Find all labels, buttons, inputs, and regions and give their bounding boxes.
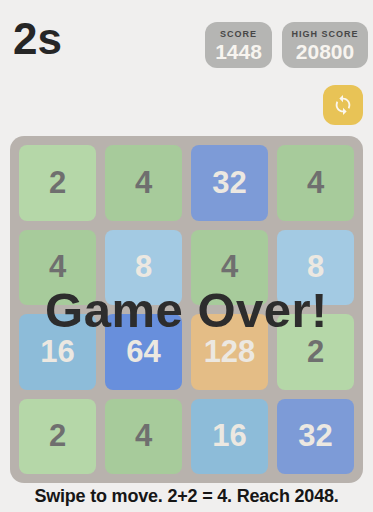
app-title: 2s — [13, 14, 62, 64]
tile-4: 4 — [277, 145, 354, 221]
score-label: SCORE — [220, 29, 257, 40]
game-over-text: Game Over! — [0, 284, 373, 336]
high-score-label: HIGH SCORE — [291, 29, 358, 40]
tile-2: 2 — [19, 145, 96, 221]
score-value: 1448 — [215, 40, 262, 64]
high-score-box: HIGH SCORE 20800 — [282, 22, 368, 68]
refresh-icon-path — [336, 95, 351, 115]
refresh-icon — [332, 94, 354, 116]
restart-button[interactable] — [323, 85, 363, 125]
score-box: SCORE 1448 — [205, 22, 272, 68]
instructions-text: Swipe to move. 2+2 = 4. Reach 2048. — [0, 486, 373, 507]
tile-4: 4 — [105, 399, 182, 475]
tile-4: 4 — [105, 145, 182, 221]
tile-32: 32 — [191, 145, 268, 221]
tile-2: 2 — [19, 399, 96, 475]
high-score-value: 20800 — [296, 40, 354, 64]
tile-16: 16 — [191, 399, 268, 475]
tile-32: 32 — [277, 399, 354, 475]
